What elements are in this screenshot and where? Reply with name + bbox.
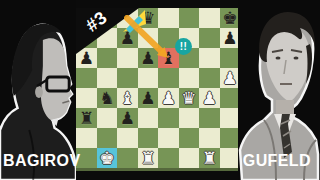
square-c1: [117, 148, 138, 168]
square-h5: ♟: [220, 68, 241, 88]
white-q-f4: ♛: [181, 88, 196, 108]
square-f4: ♛: [179, 88, 200, 108]
white-k-b1: ♚: [99, 148, 114, 168]
square-d8: ♛: [138, 8, 159, 28]
square-e6: ♝: [158, 48, 179, 68]
square-c7: ♟: [117, 28, 138, 48]
square-b6: [97, 48, 118, 68]
bagirov-glasses: [47, 77, 69, 91]
square-d7: [138, 28, 159, 48]
square-g8: [199, 8, 220, 28]
square-a8: [76, 8, 97, 28]
square-e5: [158, 68, 179, 88]
square-f5: [179, 68, 200, 88]
square-b2: [97, 128, 118, 148]
square-b3: [97, 108, 118, 128]
square-c3: ♟: [117, 108, 138, 128]
black-b-e6: ♝: [161, 48, 176, 68]
black-q-d8: ♛: [140, 8, 155, 28]
square-d4: ♟: [138, 88, 159, 108]
black-k-h8: ♚: [222, 8, 237, 28]
square-e3: [158, 108, 179, 128]
square-f2: [179, 128, 200, 148]
square-e2: [158, 128, 179, 148]
square-h4: [220, 88, 241, 108]
square-g1: ♜: [199, 148, 220, 168]
square-g4: ♟: [199, 88, 220, 108]
square-e8: [158, 8, 179, 28]
video-thumbnail[interactable]: ♛♚♟♟♟♟♝♟♞♝♟♟♛♟♜♟♚♜♜ #3 !!: [0, 0, 320, 180]
square-c5: [117, 68, 138, 88]
square-d1: ♜: [138, 148, 159, 168]
player-name-right: GUFELD: [243, 152, 311, 170]
square-g7: [199, 28, 220, 48]
square-b4: ♞: [97, 88, 118, 108]
square-g6: [199, 48, 220, 68]
white-p-g4: ♟: [202, 88, 217, 108]
square-g5: [199, 68, 220, 88]
square-g3: [199, 108, 220, 128]
chess-board: ♛♚♟♟♟♟♝♟♞♝♟♟♛♟♜♟♚♜♜: [76, 8, 240, 171]
black-p-c3: ♟: [120, 108, 135, 128]
square-e7: [158, 28, 179, 48]
square-d6: ♟: [138, 48, 159, 68]
black-p-h7: ♟: [222, 28, 237, 48]
square-f7: [179, 28, 200, 48]
square-c4: ♝: [117, 88, 138, 108]
square-e4: ♟: [158, 88, 179, 108]
square-a7: [76, 28, 97, 48]
square-h3: [220, 108, 241, 128]
white-r-g1: ♜: [202, 148, 217, 168]
black-n-b4: ♞: [99, 88, 114, 108]
square-d5: [138, 68, 159, 88]
square-h2: [220, 128, 241, 148]
square-c6: [117, 48, 138, 68]
square-b5: [97, 68, 118, 88]
square-a6: ♟: [76, 48, 97, 68]
square-d2: [138, 128, 159, 148]
white-p-h5: ♟: [222, 68, 237, 88]
black-p-d4: ♟: [140, 88, 155, 108]
square-a4: [76, 88, 97, 108]
white-p-e4: ♟: [161, 88, 176, 108]
square-b1: ♚: [97, 148, 118, 168]
black-p-d6: ♟: [140, 48, 155, 68]
square-a5: [76, 68, 97, 88]
square-b8: [97, 8, 118, 28]
square-b7: [97, 28, 118, 48]
square-e1: [158, 148, 179, 168]
square-f8: [179, 8, 200, 28]
black-p-a6: ♟: [79, 48, 94, 68]
black-r-a3: ♜: [79, 108, 94, 128]
square-a3: ♜: [76, 108, 97, 128]
square-d3: [138, 108, 159, 128]
square-c2: [117, 128, 138, 148]
square-h8: ♚: [220, 8, 241, 28]
square-h6: [220, 48, 241, 68]
black-p-c7: ♟: [120, 28, 135, 48]
white-r-d1: ♜: [140, 148, 155, 168]
square-f1: [179, 148, 200, 168]
square-h7: ♟: [220, 28, 241, 48]
square-h1: [220, 148, 241, 168]
square-f3: [179, 108, 200, 128]
white-b-c4: ♝: [120, 88, 135, 108]
square-a2: [76, 128, 97, 148]
player-name-left: BAGIROV: [3, 152, 80, 170]
square-g2: [199, 128, 220, 148]
square-c8: [117, 8, 138, 28]
square-f6: [179, 48, 200, 68]
